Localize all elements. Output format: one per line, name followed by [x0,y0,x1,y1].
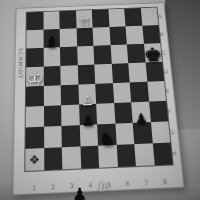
rank-label-2: 2 [44,180,63,193]
black-knight-g5[interactable]: ♞ [98,130,116,149]
square-c5[interactable] [93,45,111,64]
square-e4[interactable]: ♙ [78,84,96,105]
square-d6[interactable] [111,63,129,83]
square-d5[interactable] [94,64,112,84]
black-king-c8[interactable]: ♚ [143,46,163,65]
black-pawn-f7[interactable]: ♟ [134,111,148,125]
square-f6[interactable] [114,102,133,123]
square-a5[interactable] [92,9,109,27]
square-a4[interactable]: ♖ [76,10,93,28]
square-c1[interactable] [26,48,43,67]
square-d2[interactable] [43,66,60,86]
rank-label-7: 7 [137,176,157,189]
square-d3[interactable] [60,65,78,85]
square-d1[interactable]: ♔ [26,67,43,87]
square-h3[interactable] [62,146,81,169]
rank-label-1: 1 [25,181,44,194]
square-a7[interactable] [124,8,142,26]
square-h4[interactable] [80,146,99,169]
square-b2[interactable]: ♝ [43,29,60,48]
file-label-a: A [155,7,165,25]
square-h6[interactable] [116,144,136,167]
chessboard: SCHMIDT ♖♝♚♔♙♟♟♞❖ ABCDEFGH 12345678 [12,2,184,195]
photo-frame: SCHMIDT ♖♝♚♔♙♟♟♞❖ ABCDEFGH 12345678 ♙♟ [0,0,200,200]
captured-white-piece: ♙ [96,180,113,196]
black-pawn-f4[interactable]: ♟ [81,114,94,128]
board-grid: ♖♝♚♔♙♟♟♞❖ [25,8,172,171]
square-g6[interactable] [115,123,134,145]
white-king-d1[interactable]: ♔ [25,69,44,89]
square-a1[interactable] [27,12,44,30]
square-f3[interactable] [61,105,79,126]
white-pawn-e4[interactable]: ♙ [81,93,94,107]
square-h7[interactable] [134,143,154,166]
rank-label-8: 8 [155,175,175,188]
square-b6[interactable] [109,26,127,45]
square-d4[interactable] [77,65,95,85]
file-label-f: F [164,101,175,122]
square-e2[interactable] [43,85,61,106]
square-g2[interactable] [44,126,62,148]
square-c4[interactable] [77,46,95,65]
square-a6[interactable] [108,9,126,27]
square-h1[interactable]: ❖ [25,148,43,171]
square-g5[interactable]: ♞ [97,124,116,146]
file-label-h: H [168,142,180,164]
square-a3[interactable] [59,11,76,29]
square-g3[interactable] [61,125,80,147]
square-b1[interactable] [26,30,43,49]
square-e5[interactable] [95,83,113,104]
square-f7[interactable]: ♟ [131,102,150,123]
square-e3[interactable] [61,85,79,106]
square-f1[interactable] [26,106,44,127]
corner-ornament-icon: ❖ [29,153,40,166]
file-label-b: B [156,25,166,43]
file-label-g: G [166,121,177,143]
captured-black-piece: ♟ [72,186,87,200]
square-g1[interactable] [25,127,43,149]
square-c3[interactable] [60,46,77,65]
square-e7[interactable] [130,82,149,103]
square-h2[interactable] [44,147,63,170]
board-margin: SCHMIDT ♖♝♚♔♙♟♟♞❖ ABCDEFGH 12345678 [12,2,184,195]
black-bishop-b2[interactable]: ♝ [44,34,60,50]
white-rook-a4[interactable]: ♖ [77,16,92,31]
square-a2[interactable] [43,11,60,29]
square-b7[interactable] [125,26,143,45]
square-c6[interactable] [110,44,128,63]
square-e6[interactable] [112,82,131,103]
rank-label-6: 6 [118,177,137,190]
square-f2[interactable] [43,105,61,126]
square-b3[interactable] [60,28,77,47]
file-label-e: E [162,81,173,101]
square-f5[interactable] [96,103,115,124]
square-b5[interactable] [93,27,111,46]
square-c8[interactable]: ♚ [144,43,163,62]
